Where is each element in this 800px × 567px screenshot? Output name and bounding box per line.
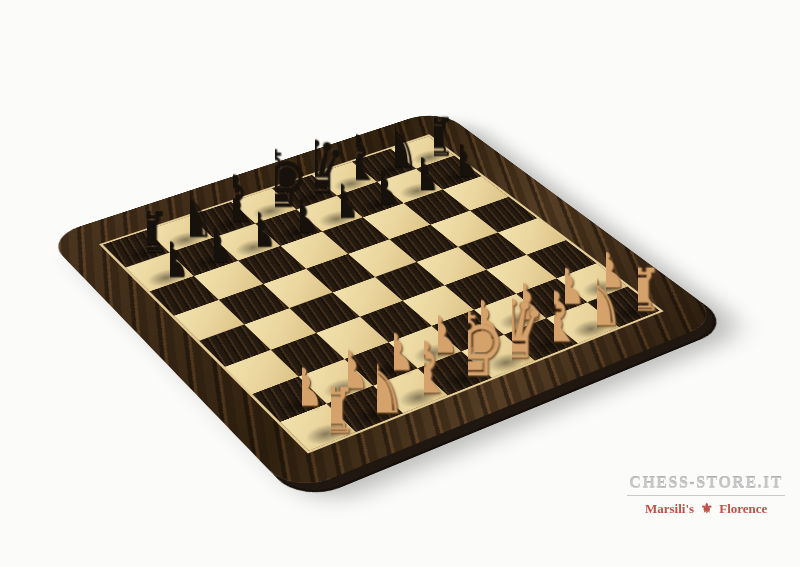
white-rook-icon: ♜ bbox=[611, 263, 663, 317]
fleur-de-lis-icon: ⚜ bbox=[697, 501, 716, 516]
playing-area: ♜♞♝♚♛♝♞♜♟♟♟♟♟♟♟♟♟♟♟♟♟♟♟♟♜♞♝♚♛♝♞♜ bbox=[99, 134, 664, 453]
watermark-city: Florence bbox=[719, 501, 767, 516]
square-a2: ♟ bbox=[556, 263, 627, 302]
product-photo: ♜♞♝♚♛♝♞♜♟♟♟♟♟♟♟♟♟♟♟♟♟♟♟♟♜♞♝♚♛♝♞♜ CHESS-S… bbox=[0, 0, 800, 567]
black-pawn-icon: ♟ bbox=[440, 140, 480, 181]
square-e2: ♟ bbox=[388, 326, 461, 369]
board-frame: ♜♞♝♚♛♝♞♜♟♟♟♟♟♟♟♟♟♟♟♟♟♟♟♟♜♞♝♚♛♝♞♜ bbox=[45, 109, 723, 494]
square-h7: ♟ bbox=[126, 253, 194, 292]
watermark-brand: Marsili's bbox=[645, 501, 694, 516]
watermark-title: CHESS-STORE.IT bbox=[627, 474, 785, 496]
watermark-subtitle: Marsili's ⚜ Florence bbox=[627, 500, 785, 517]
watermark: CHESS-STORE.IT Marsili's ⚜ Florence bbox=[627, 474, 785, 517]
white-pawn-icon: ♟ bbox=[584, 248, 627, 293]
black-rook-icon: ♜ bbox=[410, 113, 457, 161]
square-b2: ♟ bbox=[516, 278, 587, 318]
chessboard: ♜♞♝♚♛♝♞♜♟♟♟♟♟♟♟♟♟♟♟♟♟♟♟♟♜♞♝♚♛♝♞♜ bbox=[45, 109, 723, 494]
